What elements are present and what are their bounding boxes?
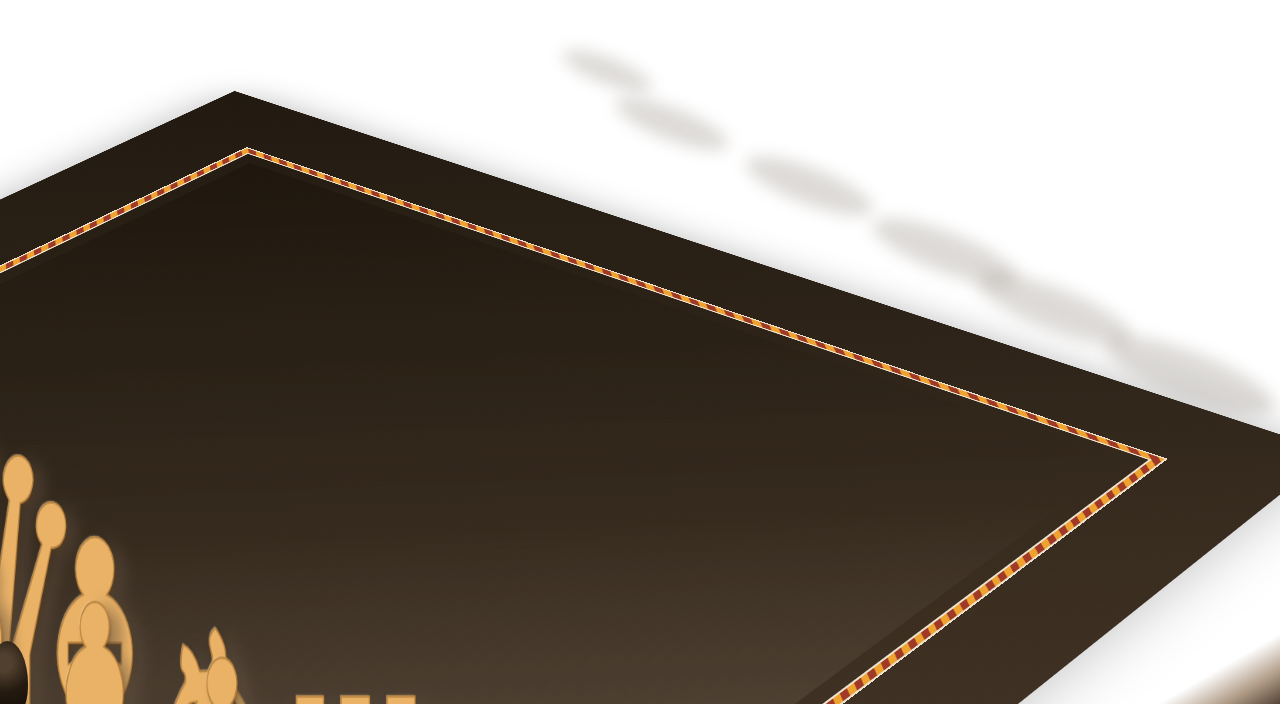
cast-shadow — [740, 145, 879, 227]
cast-shadow — [610, 88, 733, 161]
piece-white-pawn-a2[interactable]: ♟ — [269, 678, 443, 704]
chess-set-photo: ♜♞♝♚♛♝♞♜♟♟♟♟♟♟♟♟ — [0, 0, 1280, 704]
cast-shadow — [558, 42, 656, 100]
